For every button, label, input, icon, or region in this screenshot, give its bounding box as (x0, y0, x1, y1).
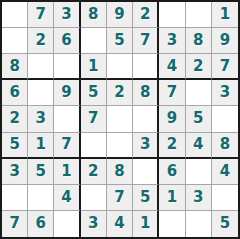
cell-r1c8[interactable] (186, 2, 212, 28)
cell-r5c3[interactable] (54, 106, 80, 132)
cell-r5c9[interactable] (212, 106, 238, 132)
cell-r1c1[interactable] (2, 2, 28, 28)
cell-r9c8[interactable] (186, 211, 212, 237)
cell-r1c2: 7 (28, 2, 54, 28)
cell-r2c9: 9 (212, 28, 238, 54)
cell-r7c7: 6 (159, 159, 185, 185)
cell-r4c7: 7 (159, 80, 185, 106)
cell-r8c7: 1 (159, 185, 185, 211)
cell-r8c1[interactable] (2, 185, 28, 211)
cell-r1c3: 3 (54, 2, 80, 28)
cell-r7c3: 1 (54, 159, 80, 185)
cell-r9c4: 3 (81, 211, 107, 237)
cell-r5c8: 5 (186, 106, 212, 132)
cell-r4c1: 6 (2, 80, 28, 106)
cell-r2c8: 8 (186, 28, 212, 54)
cell-r9c6: 1 (133, 211, 159, 237)
cell-r3c1: 8 (2, 54, 28, 80)
cell-r8c4[interactable] (81, 185, 107, 211)
cell-r4c4: 5 (81, 80, 107, 106)
cell-r2c2: 2 (28, 28, 54, 54)
cell-r7c1: 3 (2, 159, 28, 185)
cell-r6c8: 4 (186, 133, 212, 159)
cell-r5c2: 3 (28, 106, 54, 132)
cell-r2c7: 3 (159, 28, 185, 54)
cell-r8c6: 5 (133, 185, 159, 211)
cell-r8c2[interactable] (28, 185, 54, 211)
cell-r2c6: 7 (133, 28, 159, 54)
cell-r6c6: 3 (133, 133, 159, 159)
sudoku-board: 7389212657389814276952873237955173248351… (0, 0, 240, 239)
cell-r7c5: 8 (107, 159, 133, 185)
cell-r2c1[interactable] (2, 28, 28, 54)
cell-r6c4[interactable] (81, 133, 107, 159)
cell-r5c6[interactable] (133, 106, 159, 132)
cell-r5c4: 7 (81, 106, 107, 132)
cell-r7c2: 5 (28, 159, 54, 185)
sudoku-app: 7389212657389814276952873237955173248351… (0, 0, 240, 239)
cell-r5c5[interactable] (107, 106, 133, 132)
cell-r3c9: 7 (212, 54, 238, 80)
cell-r5c1: 2 (2, 106, 28, 132)
cell-r7c8[interactable] (186, 159, 212, 185)
cell-r8c8: 3 (186, 185, 212, 211)
cell-r6c9: 8 (212, 133, 238, 159)
cell-r8c3: 4 (54, 185, 80, 211)
cell-r1c7[interactable] (159, 2, 185, 28)
cell-r1c4: 8 (81, 2, 107, 28)
cell-r3c3[interactable] (54, 54, 80, 80)
cell-r7c4: 2 (81, 159, 107, 185)
cell-r9c9: 5 (212, 211, 238, 237)
cell-r3c7: 4 (159, 54, 185, 80)
cell-r3c8: 2 (186, 54, 212, 80)
cell-r8c9[interactable] (212, 185, 238, 211)
cell-r3c6[interactable] (133, 54, 159, 80)
cell-r1c6: 2 (133, 2, 159, 28)
cell-r7c9: 4 (212, 159, 238, 185)
cell-r7c6[interactable] (133, 159, 159, 185)
cell-r2c5: 5 (107, 28, 133, 54)
cell-r4c6: 8 (133, 80, 159, 106)
cell-r4c2[interactable] (28, 80, 54, 106)
cell-r8c5: 7 (107, 185, 133, 211)
cell-r9c3[interactable] (54, 211, 80, 237)
cell-r3c5[interactable] (107, 54, 133, 80)
cell-r2c4[interactable] (81, 28, 107, 54)
cell-r9c2: 6 (28, 211, 54, 237)
cell-r1c9: 1 (212, 2, 238, 28)
cell-r9c7[interactable] (159, 211, 185, 237)
cell-r5c7: 9 (159, 106, 185, 132)
cell-r9c1: 7 (2, 211, 28, 237)
cell-r6c2: 1 (28, 133, 54, 159)
cell-r6c3: 7 (54, 133, 80, 159)
cell-r4c8[interactable] (186, 80, 212, 106)
cell-r3c4: 1 (81, 54, 107, 80)
cell-r9c5: 4 (107, 211, 133, 237)
cell-r1c5: 9 (107, 2, 133, 28)
cell-r2c3: 6 (54, 28, 80, 54)
cell-r6c1: 5 (2, 133, 28, 159)
cell-r3c2[interactable] (28, 54, 54, 80)
cell-r4c3: 9 (54, 80, 80, 106)
cell-r4c9: 3 (212, 80, 238, 106)
cell-r4c5: 2 (107, 80, 133, 106)
cell-r6c7: 2 (159, 133, 185, 159)
cell-r6c5[interactable] (107, 133, 133, 159)
